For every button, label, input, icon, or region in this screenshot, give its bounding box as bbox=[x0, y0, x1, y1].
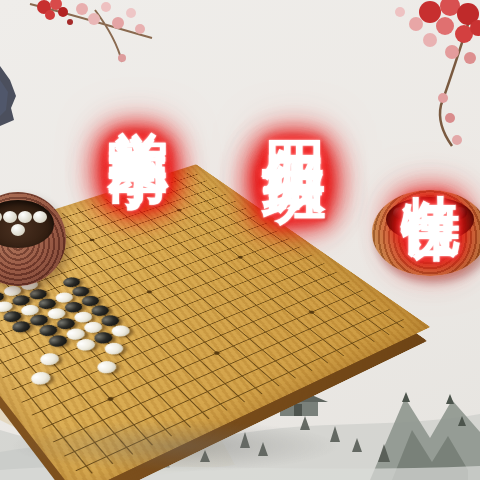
black-stone bbox=[9, 319, 33, 334]
white-bowl-stone bbox=[18, 211, 32, 223]
white-stone-bowl-opening bbox=[0, 200, 54, 249]
star-point bbox=[213, 351, 221, 356]
black-bowl-stone bbox=[453, 207, 467, 219]
star-point bbox=[176, 209, 182, 212]
white-stone bbox=[0, 300, 15, 314]
black-stone bbox=[0, 290, 7, 304]
star-point bbox=[237, 255, 244, 259]
plum-blossom-branch bbox=[30, 0, 152, 62]
white-stone bbox=[108, 323, 133, 338]
white-stone bbox=[37, 351, 62, 368]
school-name-text: 黉学门小学 bbox=[108, 82, 168, 107]
black-stone bbox=[0, 309, 24, 324]
star-point bbox=[308, 310, 315, 314]
white-stone bbox=[18, 303, 42, 318]
star-point bbox=[146, 290, 153, 294]
white-bowl-stone bbox=[0, 211, 2, 223]
black-bowl-stone bbox=[423, 207, 437, 219]
black-stone bbox=[79, 294, 103, 308]
star-point bbox=[45, 328, 52, 333]
white-stone bbox=[101, 341, 126, 357]
white-stone bbox=[53, 291, 76, 305]
plum-blossom-cluster bbox=[395, 0, 480, 146]
white-stone bbox=[28, 370, 54, 387]
white-stone bbox=[73, 337, 98, 353]
black-stone bbox=[36, 297, 59, 311]
white-bowl-stone bbox=[11, 224, 25, 236]
black-stone bbox=[98, 313, 122, 328]
white-bowl-stone bbox=[33, 211, 47, 223]
black-stone bbox=[62, 300, 86, 314]
black-bowl-stone bbox=[393, 207, 407, 219]
white-bowl-stone bbox=[3, 211, 17, 223]
black-bowl-stone bbox=[423, 220, 437, 232]
board-shadow bbox=[10, 420, 340, 472]
poster-stage: 黉学门小学 四年级四班 特色课 bbox=[0, 0, 480, 480]
black-stone bbox=[91, 330, 116, 346]
black-stone bbox=[27, 313, 51, 328]
black-stone bbox=[46, 333, 71, 349]
black-stone-bowl bbox=[372, 190, 480, 276]
white-stone bbox=[71, 310, 95, 325]
black-stone bbox=[10, 293, 33, 307]
black-stone-bowl-opening bbox=[386, 197, 474, 242]
white-stone bbox=[63, 326, 88, 342]
black-stone bbox=[36, 323, 60, 338]
star-point bbox=[89, 238, 95, 241]
white-stone bbox=[81, 320, 105, 335]
black-bowl-stone bbox=[438, 207, 452, 219]
black-stone bbox=[54, 316, 78, 331]
black-bowl-stone bbox=[408, 207, 422, 219]
black-stone bbox=[88, 303, 112, 318]
white-stone bbox=[45, 306, 69, 321]
white-stone bbox=[94, 359, 120, 376]
course-label-text: 特色课 bbox=[402, 148, 460, 163]
star-point bbox=[107, 396, 115, 401]
class-name-text: 四年级四班 bbox=[263, 92, 326, 117]
